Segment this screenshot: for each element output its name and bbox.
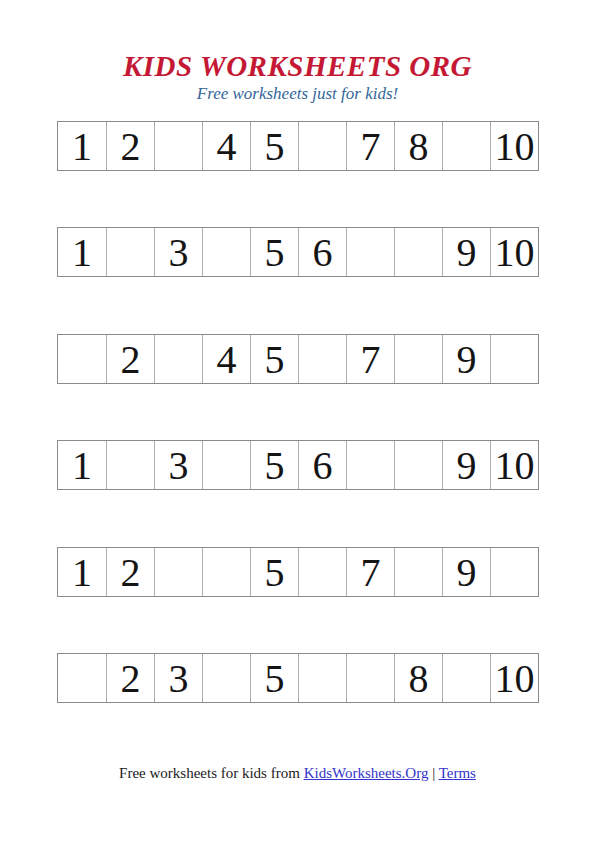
number-cell: 2 xyxy=(106,548,154,596)
sequence-row-3: 24579 xyxy=(57,334,539,384)
blank-cell xyxy=(394,441,442,489)
number-cell: 1 xyxy=(58,441,106,489)
number-cell: 10 xyxy=(490,228,538,276)
footer-text: Free worksheets for kids from xyxy=(119,765,304,781)
blank-cell xyxy=(394,548,442,596)
blank-cell xyxy=(58,654,106,702)
footer: Free worksheets for kids from KidsWorksh… xyxy=(0,765,595,782)
number-cell: 3 xyxy=(154,654,202,702)
sequence-row-4: 1356910 xyxy=(57,440,539,490)
blank-cell xyxy=(298,122,346,170)
blank-cell xyxy=(394,228,442,276)
number-cell: 8 xyxy=(394,122,442,170)
sequence-row-6: 235810 xyxy=(57,653,539,703)
footer-separator: | xyxy=(428,765,438,781)
number-cell: 6 xyxy=(298,228,346,276)
blank-cell xyxy=(394,335,442,383)
number-cell: 5 xyxy=(250,122,298,170)
number-cell: 10 xyxy=(490,654,538,702)
number-cell: 2 xyxy=(106,122,154,170)
blank-cell xyxy=(298,548,346,596)
blank-cell xyxy=(202,548,250,596)
number-cell: 10 xyxy=(490,441,538,489)
blank-cell xyxy=(490,548,538,596)
blank-cell xyxy=(106,441,154,489)
number-cell: 6 xyxy=(298,441,346,489)
number-cell: 5 xyxy=(250,548,298,596)
blank-cell xyxy=(154,122,202,170)
worksheet-page: KIDS WORKSHEETS ORG Free worksheets just… xyxy=(0,0,595,842)
number-cell: 1 xyxy=(58,548,106,596)
blank-cell xyxy=(106,228,154,276)
blank-cell xyxy=(154,335,202,383)
number-cell: 9 xyxy=(442,335,490,383)
sequence-row-1: 12457810 xyxy=(57,121,539,171)
number-cell: 4 xyxy=(202,335,250,383)
number-cell: 4 xyxy=(202,122,250,170)
blank-cell xyxy=(442,654,490,702)
number-cell: 10 xyxy=(490,122,538,170)
blank-cell xyxy=(346,654,394,702)
page-subtitle: Free worksheets just for kids! xyxy=(0,84,595,104)
blank-cell xyxy=(346,228,394,276)
number-cell: 7 xyxy=(346,335,394,383)
blank-cell xyxy=(202,441,250,489)
blank-cell xyxy=(346,441,394,489)
number-cell: 3 xyxy=(154,441,202,489)
blank-cell xyxy=(298,335,346,383)
sequence-row-2: 1356910 xyxy=(57,227,539,277)
number-cell: 9 xyxy=(442,441,490,489)
number-cell: 9 xyxy=(442,548,490,596)
number-cell: 5 xyxy=(250,228,298,276)
number-cell: 9 xyxy=(442,228,490,276)
sequence-row-5: 12579 xyxy=(57,547,539,597)
number-cell: 1 xyxy=(58,228,106,276)
number-cell: 5 xyxy=(250,335,298,383)
number-cell: 8 xyxy=(394,654,442,702)
blank-cell xyxy=(202,228,250,276)
blank-cell xyxy=(490,335,538,383)
number-cell: 5 xyxy=(250,654,298,702)
number-cell: 2 xyxy=(106,335,154,383)
page-title: KIDS WORKSHEETS ORG xyxy=(0,50,595,83)
number-cell: 1 xyxy=(58,122,106,170)
blank-cell xyxy=(58,335,106,383)
number-cell: 5 xyxy=(250,441,298,489)
number-cell: 7 xyxy=(346,548,394,596)
blank-cell xyxy=(442,122,490,170)
blank-cell xyxy=(298,654,346,702)
blank-cell xyxy=(202,654,250,702)
number-cell: 2 xyxy=(106,654,154,702)
terms-link[interactable]: Terms xyxy=(439,765,476,781)
number-cell: 7 xyxy=(346,122,394,170)
blank-cell xyxy=(154,548,202,596)
number-cell: 3 xyxy=(154,228,202,276)
site-link[interactable]: KidsWorksheets.Org xyxy=(304,765,429,781)
